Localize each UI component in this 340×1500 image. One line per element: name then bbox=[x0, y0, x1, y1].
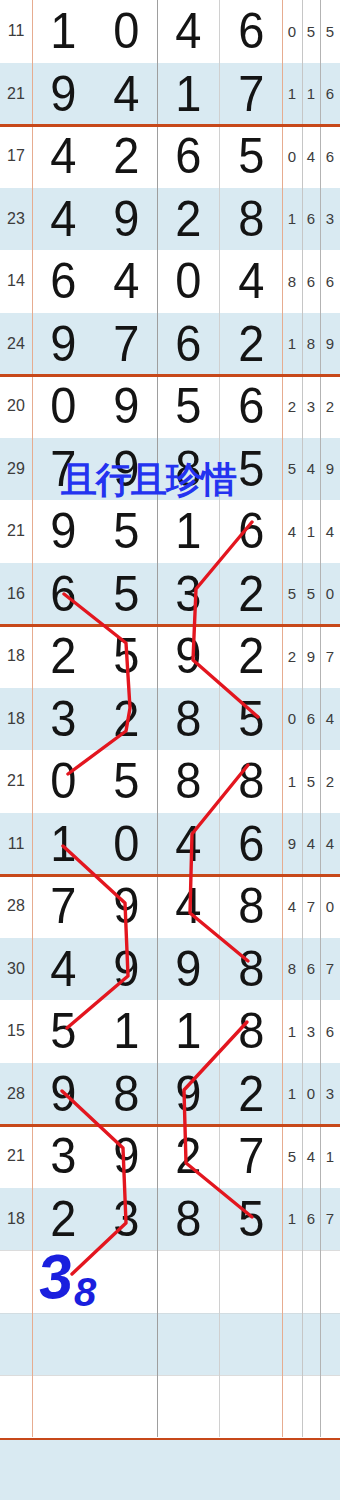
tail-cell: 4 bbox=[302, 813, 320, 876]
draw-row: 21 9 5 1 6 4 1 4 bbox=[0, 500, 340, 563]
draw-row: 17 4 2 6 5 0 4 6 bbox=[0, 125, 340, 188]
sum-cell: 17 bbox=[0, 125, 32, 188]
empty-row bbox=[0, 1313, 340, 1376]
tail-cell: 1 bbox=[302, 63, 320, 126]
tail-cell: 1 bbox=[282, 188, 302, 251]
tail-cell: 6 bbox=[320, 1000, 340, 1063]
digit-cell: 6 bbox=[34, 250, 93, 313]
sum-cell: 21 bbox=[0, 500, 32, 563]
tail-cell: 5 bbox=[282, 1125, 302, 1188]
digit-cell: 7 bbox=[221, 63, 280, 126]
digit-cell: 2 bbox=[96, 125, 155, 188]
digit-cell: 6 bbox=[159, 125, 218, 188]
digit-cell: 1 bbox=[159, 63, 218, 126]
digit-cell: 3 bbox=[34, 688, 93, 751]
digit-cell: 7 bbox=[96, 313, 155, 376]
sum-cell: 14 bbox=[0, 250, 32, 313]
tail-cell: 3 bbox=[320, 1063, 340, 1126]
digit-cell: 8 bbox=[221, 875, 280, 938]
tail-cell: 6 bbox=[320, 250, 340, 313]
digit-cell: 2 bbox=[221, 1063, 280, 1126]
sum-cell: 11 bbox=[0, 813, 32, 876]
tail-cell: 5 bbox=[302, 0, 320, 63]
draw-row: 21 0 5 8 8 1 5 2 bbox=[0, 750, 340, 813]
digit-cell: 4 bbox=[34, 125, 93, 188]
digit-cell: 6 bbox=[221, 813, 280, 876]
tail-cell: 1 bbox=[282, 313, 302, 376]
digit-cell: 5 bbox=[96, 500, 155, 563]
draw-row: 21 3 9 2 7 5 4 1 bbox=[0, 1125, 340, 1188]
sum-cell: 16 bbox=[0, 563, 32, 626]
digit-cell: 9 bbox=[96, 875, 155, 938]
digit-cell: 3 bbox=[96, 1188, 155, 1251]
tail-cell: 4 bbox=[320, 813, 340, 876]
digit-cell: 5 bbox=[96, 563, 155, 626]
watermark-text: 且行且珍惜 bbox=[61, 462, 236, 498]
digit-cell: 9 bbox=[34, 313, 93, 376]
sum-cell: 11 bbox=[0, 0, 32, 63]
tail-cell: 0 bbox=[282, 688, 302, 751]
tail-cell: 5 bbox=[302, 750, 320, 813]
digit-cell: 6 bbox=[221, 500, 280, 563]
tail-cell: 6 bbox=[320, 125, 340, 188]
digit-cell: 8 bbox=[221, 750, 280, 813]
digit-cell: 4 bbox=[159, 0, 218, 63]
sum-cell: 21 bbox=[0, 750, 32, 813]
digit-cell: 2 bbox=[34, 625, 93, 688]
tail-cell: 2 bbox=[282, 625, 302, 688]
draw-row: 11 1 0 4 6 0 5 5 bbox=[0, 0, 340, 63]
digit-cell: 9 bbox=[159, 938, 218, 1001]
draw-row: 28 7 9 4 8 4 7 0 bbox=[0, 875, 340, 938]
tail-cell: 6 bbox=[302, 688, 320, 751]
footer-band bbox=[0, 1438, 340, 1500]
digit-cell: 5 bbox=[159, 375, 218, 438]
tail-cell: 4 bbox=[302, 438, 320, 501]
digit-cell: 8 bbox=[159, 688, 218, 751]
tail-cell: 2 bbox=[320, 750, 340, 813]
tail-cell: 6 bbox=[302, 188, 320, 251]
digit-cell: 6 bbox=[221, 375, 280, 438]
tail-cell: 1 bbox=[282, 1000, 302, 1063]
sum-cell: 21 bbox=[0, 1125, 32, 1188]
sum-cell: 15 bbox=[0, 1000, 32, 1063]
digit-cell: 8 bbox=[159, 1188, 218, 1251]
draw-row: 21 9 4 1 7 1 1 6 bbox=[0, 63, 340, 126]
draw-row: 28 9 8 9 2 1 0 3 bbox=[0, 1063, 340, 1126]
sum-cell: 18 bbox=[0, 1188, 32, 1251]
tail-cell: 8 bbox=[282, 938, 302, 1001]
tail-cell: 7 bbox=[320, 625, 340, 688]
digit-cell: 4 bbox=[159, 875, 218, 938]
sum-cell: 24 bbox=[0, 313, 32, 376]
draw-row: 20 0 9 5 6 2 3 2 bbox=[0, 375, 340, 438]
tail-cell: 9 bbox=[282, 813, 302, 876]
digit-cell: 2 bbox=[221, 313, 280, 376]
digit-cell: 9 bbox=[96, 375, 155, 438]
digit-cell: 3 bbox=[34, 1125, 93, 1188]
digit-cell: 1 bbox=[34, 0, 93, 63]
digit-cell: 4 bbox=[96, 63, 155, 126]
digit-cell: 0 bbox=[96, 0, 155, 63]
tail-cell: 8 bbox=[282, 250, 302, 313]
sum-cell: 23 bbox=[0, 188, 32, 251]
tail-cell: 0 bbox=[320, 563, 340, 626]
tail-cell: 5 bbox=[282, 563, 302, 626]
tail-cell: 4 bbox=[320, 500, 340, 563]
tail-cell: 2 bbox=[282, 375, 302, 438]
digit-cell: 4 bbox=[34, 188, 93, 251]
digit-cell: 5 bbox=[34, 1000, 93, 1063]
digit-cell: 9 bbox=[159, 1063, 218, 1126]
tail-cell: 3 bbox=[302, 1000, 320, 1063]
tail-cell: 0 bbox=[302, 1063, 320, 1126]
digit-cell: 9 bbox=[34, 1063, 93, 1126]
draw-rows: 11 1 0 4 6 0 5 5 21 9 4 1 7 1 1 6 17 4 2… bbox=[0, 0, 340, 1250]
sum-cell: 28 bbox=[0, 875, 32, 938]
digit-cell: 2 bbox=[96, 688, 155, 751]
digit-cell: 0 bbox=[34, 375, 93, 438]
tail-cell: 6 bbox=[320, 63, 340, 126]
tail-cell: 7 bbox=[320, 1188, 340, 1251]
digit-cell: 1 bbox=[159, 500, 218, 563]
tail-cell: 1 bbox=[302, 500, 320, 563]
draw-row: 18 3 2 8 5 0 6 4 bbox=[0, 688, 340, 751]
draw-row: 11 1 0 4 6 9 4 4 bbox=[0, 813, 340, 876]
tail-cell: 5 bbox=[302, 563, 320, 626]
draw-row: 24 9 7 6 2 1 8 9 bbox=[0, 313, 340, 376]
digit-cell: 6 bbox=[34, 563, 93, 626]
digit-cell: 2 bbox=[159, 1125, 218, 1188]
digit-cell: 9 bbox=[96, 188, 155, 251]
handwritten-note-8: 8 bbox=[74, 1272, 96, 1312]
sum-cell: 30 bbox=[0, 938, 32, 1001]
digit-cell: 9 bbox=[159, 625, 218, 688]
digit-cell: 4 bbox=[34, 938, 93, 1001]
draw-row: 14 6 4 0 4 8 6 6 bbox=[0, 250, 340, 313]
tail-cell: 3 bbox=[302, 375, 320, 438]
tail-cell: 3 bbox=[320, 188, 340, 251]
digit-cell: 8 bbox=[221, 188, 280, 251]
sum-cell: 18 bbox=[0, 688, 32, 751]
digit-cell: 3 bbox=[159, 563, 218, 626]
digit-cell: 4 bbox=[159, 813, 218, 876]
tail-cell: 1 bbox=[282, 750, 302, 813]
digit-cell: 1 bbox=[96, 1000, 155, 1063]
tail-cell: 6 bbox=[302, 250, 320, 313]
sum-cell: 28 bbox=[0, 1063, 32, 1126]
digit-cell: 7 bbox=[34, 875, 93, 938]
lottery-trend-chart: 11 1 0 4 6 0 5 5 21 9 4 1 7 1 1 6 17 4 2… bbox=[0, 0, 340, 1500]
tail-cell: 9 bbox=[320, 438, 340, 501]
digit-cell: 1 bbox=[34, 813, 93, 876]
digit-cell: 5 bbox=[221, 688, 280, 751]
digit-cell: 2 bbox=[159, 188, 218, 251]
sum-cell: 29 bbox=[0, 438, 32, 501]
digit-cell: 9 bbox=[96, 938, 155, 1001]
digit-cell: 6 bbox=[159, 313, 218, 376]
tail-cell: 7 bbox=[320, 938, 340, 1001]
tail-cell: 7 bbox=[302, 875, 320, 938]
digit-cell: 7 bbox=[221, 1125, 280, 1188]
tail-cell: 4 bbox=[282, 500, 302, 563]
tail-cell: 4 bbox=[302, 125, 320, 188]
draw-row: 18 2 3 8 5 1 6 7 bbox=[0, 1188, 340, 1251]
empty-row bbox=[0, 1375, 340, 1438]
digit-cell: 4 bbox=[221, 250, 280, 313]
draw-row: 16 6 5 3 2 5 5 0 bbox=[0, 563, 340, 626]
digit-cell: 0 bbox=[34, 750, 93, 813]
sum-cell: 20 bbox=[0, 375, 32, 438]
tail-cell: 6 bbox=[302, 938, 320, 1001]
tail-cell: 0 bbox=[282, 0, 302, 63]
digit-cell: 0 bbox=[96, 813, 155, 876]
tail-cell: 2 bbox=[320, 375, 340, 438]
digit-cell: 5 bbox=[221, 125, 280, 188]
tail-cell: 4 bbox=[282, 875, 302, 938]
tail-cell: 5 bbox=[320, 0, 340, 63]
draw-row: 18 2 5 9 2 2 9 7 bbox=[0, 625, 340, 688]
tail-cell: 6 bbox=[302, 1188, 320, 1251]
digit-cell: 8 bbox=[221, 1000, 280, 1063]
digit-cell: 5 bbox=[96, 750, 155, 813]
digit-cell: 8 bbox=[221, 938, 280, 1001]
tail-cell: 0 bbox=[320, 875, 340, 938]
draw-row: 15 5 1 1 8 1 3 6 bbox=[0, 1000, 340, 1063]
digit-cell: 5 bbox=[221, 1188, 280, 1251]
tail-cell: 1 bbox=[282, 1188, 302, 1251]
draw-row: 30 4 9 9 8 8 6 7 bbox=[0, 938, 340, 1001]
digit-cell: 9 bbox=[34, 63, 93, 126]
digit-cell: 6 bbox=[221, 0, 280, 63]
tail-cell: 4 bbox=[302, 1125, 320, 1188]
tail-cell: 1 bbox=[282, 1063, 302, 1126]
tail-cell: 4 bbox=[320, 688, 340, 751]
handwritten-note-3: 3 bbox=[35, 1244, 76, 1309]
digit-cell: 4 bbox=[96, 250, 155, 313]
tail-cell: 8 bbox=[302, 313, 320, 376]
tail-cell: 0 bbox=[282, 125, 302, 188]
digit-cell: 9 bbox=[96, 1125, 155, 1188]
draw-row: 23 4 9 2 8 1 6 3 bbox=[0, 188, 340, 251]
tail-cell: 1 bbox=[282, 63, 302, 126]
digit-cell: 0 bbox=[159, 250, 218, 313]
sum-cell: 21 bbox=[0, 63, 32, 126]
tail-cell: 9 bbox=[302, 625, 320, 688]
digit-cell: 8 bbox=[96, 1063, 155, 1126]
digit-cell: 1 bbox=[159, 1000, 218, 1063]
digit-cell: 5 bbox=[96, 625, 155, 688]
digit-cell: 9 bbox=[34, 500, 93, 563]
digit-cell: 2 bbox=[221, 563, 280, 626]
digit-cell: 2 bbox=[221, 625, 280, 688]
tail-cell: 1 bbox=[320, 1125, 340, 1188]
tail-cell: 5 bbox=[282, 438, 302, 501]
digit-cell: 8 bbox=[159, 750, 218, 813]
tail-cell: 9 bbox=[320, 313, 340, 376]
sum-cell: 18 bbox=[0, 625, 32, 688]
